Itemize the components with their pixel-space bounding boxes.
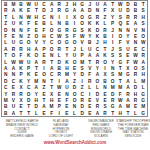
grid-cell: T xyxy=(124,110,132,116)
grid-cell: A xyxy=(94,110,102,116)
grid-cell: R xyxy=(101,110,109,116)
grid-cell: L xyxy=(33,110,41,116)
grid-cell: T xyxy=(17,110,25,116)
grid-cell: D xyxy=(78,110,86,116)
site-url: www.WordSearchAddict.com xyxy=(0,140,150,145)
grid-cell: B xyxy=(2,110,10,116)
word-list: BATTLEFIELD EARTHBRAVE NEW WORLDCONTACTD… xyxy=(0,119,150,139)
footer: www.WordSearchAddict.com xyxy=(0,140,150,150)
word-search-grid: BMBWUCARJHGJUATWDBTRAKETDJRGAADNFXUDBSTL… xyxy=(1,0,148,117)
grid-cell: E xyxy=(86,110,94,116)
word-list-column: STARSHIP TROOPERSTHE FOREVER WARTHE TIME… xyxy=(116,119,150,138)
word-entry: XENOCIDE xyxy=(116,134,150,138)
word-list-column: NEUROMANCERRED MARSRINGWORLDSNOW CRASHSO… xyxy=(82,119,120,138)
grid-cell: L xyxy=(132,110,140,116)
grid-cell: H xyxy=(116,110,124,116)
grid-cell: T xyxy=(109,110,117,116)
grid-cell: I xyxy=(55,110,63,116)
word-list-column: FLATLANDGATEWAYHYPERIONI ROBOTLORD OF LI… xyxy=(44,119,78,138)
word-entry: ENDERS GAME xyxy=(2,134,42,138)
grid-cell: A xyxy=(10,110,18,116)
word-list-column: BATTLEFIELD EARTHBRAVE NEW WORLDCONTACTD… xyxy=(2,119,42,138)
word-entry: LORD OF LIGHT xyxy=(44,134,78,138)
grid-cell: L xyxy=(71,110,79,116)
grid-cell: T xyxy=(25,110,33,116)
word-entry: SOLARIS xyxy=(82,134,120,138)
grid-cell: G xyxy=(139,110,147,116)
letter-grid: BMBWUCARJHGJUATWDBTRAKETDJRGAADNFXUDBSTL… xyxy=(2,1,147,116)
grid-cell: E xyxy=(63,110,71,116)
grid-cell: F xyxy=(48,110,56,116)
grid-cell: E xyxy=(40,110,48,116)
